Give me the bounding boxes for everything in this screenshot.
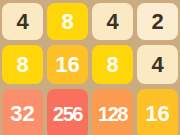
tile: 4 (137, 45, 178, 84)
tile: 32 (2, 89, 43, 135)
game-screen: 4 8 4 2 8 16 8 4 32 256 128 16 (0, 0, 180, 135)
tile: 256 (47, 89, 88, 135)
tile: 16 (47, 45, 88, 84)
tile: 16 (137, 89, 178, 135)
tile: 8 (47, 3, 88, 40)
tile: 8 (92, 45, 133, 84)
board[interactable]: 4 8 4 2 8 16 8 4 32 256 128 16 (2, 3, 178, 135)
tile: 8 (2, 45, 43, 84)
tile: 4 (2, 3, 43, 40)
tile: 128 (92, 89, 133, 135)
tile: 2 (137, 3, 178, 40)
tile: 4 (92, 3, 133, 40)
